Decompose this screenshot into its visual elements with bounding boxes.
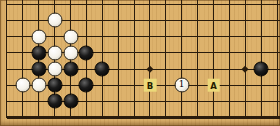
grid-line-vertical (102, 110, 103, 118)
grid-line-horizontal (110, 85, 127, 86)
grid-line-horizontal (269, 52, 280, 53)
grid-line-vertical (118, 77, 119, 93)
move-number: 1 (179, 80, 185, 89)
grid-line-vertical (134, 77, 135, 93)
intersection[interactable] (110, 77, 126, 93)
intersection[interactable] (15, 93, 31, 109)
grid-line-vertical (102, 0, 103, 12)
intersection[interactable] (269, 29, 280, 45)
grid-line-horizontal (126, 52, 143, 53)
intersection[interactable] (0, 77, 15, 93)
intersection[interactable] (237, 93, 253, 109)
intersection[interactable] (253, 12, 269, 28)
intersection[interactable] (126, 93, 142, 109)
intersection[interactable] (94, 61, 110, 77)
intersection[interactable] (47, 12, 63, 28)
grid-line-vertical (134, 29, 135, 45)
intersection[interactable] (142, 110, 158, 126)
go-board[interactable]: B1A (0, 0, 280, 126)
grid-line-horizontal (94, 20, 111, 21)
white-stone (31, 29, 46, 44)
grid-line-vertical (181, 29, 182, 45)
grid-line-horizontal (174, 116, 191, 119)
intersection[interactable] (78, 12, 94, 28)
black-stone (79, 45, 94, 60)
black-stone (31, 45, 46, 60)
intersection[interactable] (206, 110, 222, 126)
black-stone (63, 94, 78, 109)
label-B[interactable]: B (144, 79, 157, 92)
grid-line-horizontal (237, 101, 254, 102)
intersection[interactable] (78, 29, 94, 45)
grid-line-vertical (149, 45, 150, 61)
intersection[interactable] (126, 77, 142, 93)
grid-line-horizontal (15, 36, 32, 37)
intersection[interactable] (253, 0, 269, 12)
intersection[interactable] (158, 93, 174, 109)
grid-line-vertical (277, 12, 278, 28)
grid-line-vertical (277, 45, 278, 61)
intersection[interactable] (126, 61, 142, 77)
intersection[interactable] (158, 29, 174, 45)
intersection[interactable] (269, 45, 280, 61)
intersection[interactable] (174, 0, 190, 12)
grid-line-vertical (261, 93, 262, 109)
intersection[interactable] (269, 61, 280, 77)
grid-line-vertical (102, 77, 103, 93)
grid-line-horizontal (63, 85, 80, 86)
black-stone (79, 78, 94, 93)
intersection[interactable] (190, 45, 206, 61)
star-point (242, 66, 248, 72)
grid-line-horizontal (15, 101, 32, 102)
intersection[interactable] (221, 0, 237, 12)
grid-line-horizontal (110, 52, 127, 53)
intersection[interactable] (78, 110, 94, 126)
grid-line-horizontal (253, 116, 270, 119)
grid-line-horizontal (31, 4, 48, 5)
intersection[interactable] (78, 77, 94, 93)
grid-line-vertical (197, 12, 198, 28)
intersection[interactable] (31, 0, 47, 12)
grid-line-vertical (38, 12, 39, 28)
intersection[interactable] (174, 110, 190, 126)
intersection[interactable] (15, 12, 31, 28)
intersection[interactable] (237, 77, 253, 93)
grid-line-horizontal (237, 20, 254, 21)
intersection[interactable] (63, 93, 79, 109)
intersection[interactable] (94, 0, 110, 12)
grid-line-horizontal (190, 52, 207, 53)
intersection[interactable] (78, 45, 94, 61)
intersection[interactable] (31, 45, 47, 61)
grid-line-vertical (86, 12, 87, 28)
intersection[interactable] (31, 29, 47, 45)
grid-line-horizontal (15, 69, 32, 70)
white-stone (63, 45, 78, 60)
grid-line-horizontal (269, 85, 280, 86)
grid-line-horizontal (94, 4, 111, 5)
grid-line-vertical (229, 61, 230, 77)
grid-line-vertical (181, 110, 182, 118)
intersection[interactable] (47, 45, 63, 61)
intersection[interactable] (269, 93, 280, 109)
intersection[interactable] (31, 61, 47, 77)
grid-line-horizontal (158, 69, 175, 70)
intersection[interactable] (78, 0, 94, 12)
grid-line-horizontal (126, 101, 143, 102)
intersection[interactable] (47, 110, 63, 126)
intersection[interactable] (142, 12, 158, 28)
grid-line-horizontal (237, 36, 254, 37)
intersection[interactable] (31, 77, 47, 93)
intersection[interactable] (237, 0, 253, 12)
intersection[interactable] (110, 29, 126, 45)
intersection[interactable] (63, 110, 79, 126)
intersection[interactable] (253, 110, 269, 126)
grid-line-horizontal (158, 20, 175, 21)
intersection[interactable] (0, 93, 15, 109)
grid-line-horizontal (221, 85, 238, 86)
grid-line-horizontal (78, 4, 95, 5)
intersection[interactable] (190, 61, 206, 77)
grid-line-horizontal (206, 69, 223, 70)
intersection[interactable] (237, 29, 253, 45)
grid-line-horizontal (190, 20, 207, 21)
grid-line-vertical (118, 29, 119, 45)
grid-line-horizontal (237, 85, 254, 86)
grid-line-horizontal (221, 116, 238, 119)
intersection[interactable] (253, 45, 269, 61)
grid-line-vertical (22, 29, 23, 45)
star-point (147, 66, 153, 72)
intersection[interactable] (206, 0, 222, 12)
black-stone (254, 62, 269, 77)
label-A[interactable]: A (207, 79, 220, 92)
intersection[interactable] (190, 12, 206, 28)
intersection[interactable] (15, 29, 31, 45)
intersection[interactable] (110, 45, 126, 61)
white-stone (47, 62, 62, 77)
intersection[interactable]: B (142, 77, 158, 93)
intersection[interactable] (206, 29, 222, 45)
grid-line-horizontal (158, 101, 175, 102)
intersection[interactable] (63, 12, 79, 28)
intersection[interactable] (63, 77, 79, 93)
grid-line-vertical (22, 12, 23, 28)
intersection[interactable] (47, 93, 63, 109)
intersection[interactable]: 1 (174, 77, 190, 93)
intersection[interactable] (206, 61, 222, 77)
grid-line-horizontal (221, 36, 238, 37)
intersection[interactable] (15, 45, 31, 61)
grid-line-horizontal (237, 4, 254, 5)
grid-line-vertical (134, 61, 135, 77)
grid-line-horizontal (142, 4, 159, 5)
grid-line-vertical (197, 0, 198, 12)
grid-line-horizontal (78, 116, 95, 119)
grid-line-vertical (181, 0, 182, 12)
grid-line-horizontal (253, 36, 270, 37)
grid-line-vertical (165, 61, 166, 77)
grid-line-horizontal (78, 36, 95, 37)
grid-line-vertical (165, 93, 166, 109)
grid-line-vertical (149, 0, 150, 12)
grid-line-vertical (229, 12, 230, 28)
grid-line-vertical (118, 110, 119, 118)
grid-line-horizontal (126, 20, 143, 21)
intersection[interactable] (0, 29, 15, 45)
grid-line-horizontal (110, 20, 127, 21)
grid-line-vertical (213, 110, 214, 118)
intersection[interactable] (158, 45, 174, 61)
grid-line-horizontal (237, 116, 254, 119)
grid-line-vertical (197, 77, 198, 93)
intersection[interactable] (94, 110, 110, 126)
intersection[interactable] (47, 61, 63, 77)
grid-line-vertical (165, 12, 166, 28)
grid-line-horizontal (94, 85, 111, 86)
grid-line-horizontal (253, 52, 270, 53)
intersection[interactable] (63, 45, 79, 61)
intersection[interactable] (142, 93, 158, 109)
intersection[interactable] (221, 45, 237, 61)
grid-line-vertical (197, 61, 198, 77)
grid-line-horizontal (237, 52, 254, 53)
grid-line-horizontal (174, 52, 191, 53)
grid-line-horizontal (190, 116, 207, 119)
intersection[interactable] (31, 93, 47, 109)
intersection[interactable] (110, 61, 126, 77)
move-1-stone: 1 (174, 78, 189, 93)
intersection[interactable] (126, 29, 142, 45)
black-stone (47, 94, 62, 109)
grid-line-vertical (118, 93, 119, 109)
grid-line-vertical (86, 29, 87, 45)
grid-line-vertical (261, 45, 262, 61)
intersection[interactable] (190, 77, 206, 93)
intersection[interactable]: A (206, 77, 222, 93)
grid-line-vertical (149, 110, 150, 118)
grid-line-vertical (229, 93, 230, 109)
grid-line-horizontal (174, 20, 191, 21)
grid-line-horizontal (126, 36, 143, 37)
intersection[interactable] (253, 93, 269, 109)
intersection[interactable] (158, 61, 174, 77)
grid-line-vertical (261, 77, 262, 93)
grid-line-horizontal (174, 36, 191, 37)
intersection[interactable] (110, 12, 126, 28)
intersection[interactable] (0, 110, 15, 126)
grid-line-vertical (165, 0, 166, 12)
grid-line-vertical (245, 0, 246, 12)
grid-line-horizontal (269, 116, 280, 119)
grid-line-horizontal (15, 4, 32, 5)
intersection[interactable] (31, 12, 47, 28)
intersection[interactable] (78, 93, 94, 109)
intersection[interactable] (63, 0, 79, 12)
intersection[interactable] (0, 0, 15, 12)
intersection[interactable] (126, 12, 142, 28)
grid-line-horizontal (253, 20, 270, 21)
intersection[interactable] (269, 12, 280, 28)
intersection[interactable] (174, 93, 190, 109)
intersection[interactable] (158, 77, 174, 93)
intersection[interactable] (126, 0, 142, 12)
intersection[interactable] (190, 110, 206, 126)
white-stone (47, 45, 62, 60)
intersection[interactable] (94, 12, 110, 28)
grid-line-vertical (102, 93, 103, 109)
grid-line-horizontal (221, 20, 238, 21)
grid-line-vertical (213, 12, 214, 28)
grid-line-horizontal (142, 52, 159, 53)
grid-line-vertical (38, 110, 39, 118)
intersection[interactable] (237, 61, 253, 77)
grid-line-vertical (197, 45, 198, 61)
intersection[interactable] (142, 0, 158, 12)
intersection[interactable] (63, 61, 79, 77)
intersection[interactable] (221, 29, 237, 45)
grid-line-vertical (6, 45, 7, 61)
grid-line-vertical (134, 110, 135, 118)
grid-line-horizontal (47, 116, 64, 119)
intersection[interactable] (221, 12, 237, 28)
grid-line-horizontal (15, 116, 32, 119)
grid-line-horizontal (206, 4, 223, 5)
grid-line-horizontal (190, 101, 207, 102)
intersection[interactable] (206, 12, 222, 28)
intersection[interactable] (190, 0, 206, 12)
intersection[interactable] (190, 93, 206, 109)
grid-line-vertical (54, 29, 55, 45)
grid-line-horizontal (158, 4, 175, 5)
grid-line-horizontal (47, 36, 64, 37)
black-stone (95, 62, 110, 77)
intersection[interactable] (174, 29, 190, 45)
intersection[interactable] (158, 12, 174, 28)
intersection[interactable] (47, 77, 63, 93)
intersection[interactable] (221, 93, 237, 109)
intersection[interactable] (142, 61, 158, 77)
grid-line-horizontal (174, 4, 191, 5)
intersection[interactable] (126, 45, 142, 61)
intersection[interactable] (206, 45, 222, 61)
intersection[interactable] (47, 0, 63, 12)
intersection[interactable] (221, 110, 237, 126)
grid-line-vertical (86, 93, 87, 109)
grid-line-horizontal (269, 101, 280, 102)
grid-line-vertical (197, 29, 198, 45)
intersection[interactable] (237, 12, 253, 28)
grid-line-horizontal (110, 69, 127, 70)
intersection[interactable] (158, 0, 174, 12)
intersection[interactable] (94, 93, 110, 109)
intersection[interactable] (237, 110, 253, 126)
intersection[interactable] (142, 45, 158, 61)
intersection[interactable] (174, 12, 190, 28)
intersection[interactable] (94, 77, 110, 93)
white-stone (47, 13, 62, 28)
grid-line-vertical (118, 61, 119, 77)
intersection[interactable] (253, 77, 269, 93)
grid-line-vertical (245, 29, 246, 45)
grid-line-horizontal (269, 4, 280, 5)
grid-line-horizontal (253, 101, 270, 102)
grid-line-vertical (38, 0, 39, 12)
intersection[interactable] (15, 110, 31, 126)
grid-line-horizontal (94, 116, 111, 119)
intersection[interactable] (221, 77, 237, 93)
grid-line-vertical (70, 12, 71, 28)
intersection[interactable] (142, 29, 158, 45)
grid-line-vertical (6, 93, 7, 109)
intersection[interactable] (126, 110, 142, 126)
intersection[interactable] (253, 29, 269, 45)
intersection[interactable] (110, 0, 126, 12)
grid-line-horizontal (142, 20, 159, 21)
intersection[interactable] (110, 110, 126, 126)
grid-line-horizontal (142, 36, 159, 37)
intersection[interactable] (190, 29, 206, 45)
grid-line-horizontal (15, 52, 32, 53)
grid-line-vertical (277, 29, 278, 45)
grid-line-horizontal (126, 69, 143, 70)
grid-line-vertical (245, 12, 246, 28)
intersection[interactable] (110, 93, 126, 109)
intersection[interactable] (158, 110, 174, 126)
intersection[interactable] (0, 12, 15, 28)
intersection[interactable] (0, 61, 15, 77)
intersection[interactable] (174, 45, 190, 61)
black-stone (31, 62, 46, 77)
intersection[interactable] (15, 77, 31, 93)
grid-line-vertical (70, 110, 71, 118)
grid-line-vertical (86, 61, 87, 77)
intersection[interactable] (269, 77, 280, 93)
black-stone (47, 78, 62, 93)
grid-line-horizontal (78, 69, 95, 70)
intersection[interactable] (78, 61, 94, 77)
intersection[interactable] (269, 110, 280, 126)
intersection[interactable] (47, 29, 63, 45)
grid-line-horizontal (206, 116, 223, 119)
grid-line-vertical (229, 45, 230, 61)
intersection[interactable] (15, 61, 31, 77)
intersection[interactable] (0, 45, 15, 61)
intersection[interactable] (94, 45, 110, 61)
intersection[interactable] (15, 0, 31, 12)
grid-line-horizontal (221, 69, 238, 70)
intersection[interactable] (269, 0, 280, 12)
intersection[interactable] (253, 61, 269, 77)
intersection[interactable] (221, 61, 237, 77)
grid-line-vertical (245, 110, 246, 118)
intersection[interactable] (94, 29, 110, 45)
grid-line-horizontal (158, 36, 175, 37)
intersection[interactable] (174, 61, 190, 77)
grid-line-vertical (54, 0, 55, 12)
grid-line-horizontal (31, 20, 48, 21)
grid-line-vertical (181, 45, 182, 61)
intersection[interactable] (237, 45, 253, 61)
intersection[interactable] (31, 110, 47, 126)
intersection[interactable] (206, 93, 222, 109)
grid-line-vertical (6, 77, 7, 93)
grid-line-vertical (213, 61, 214, 77)
intersection[interactable] (63, 29, 79, 45)
white-stone (31, 78, 46, 93)
